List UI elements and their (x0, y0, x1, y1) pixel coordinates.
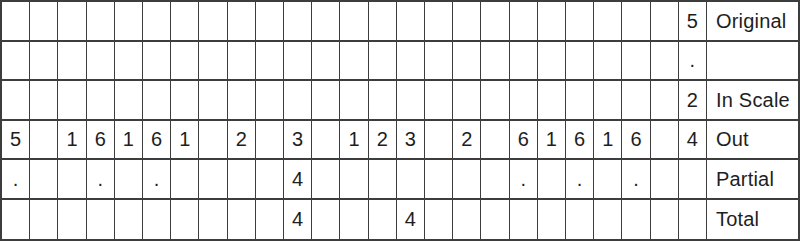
grid-cell (284, 2, 312, 42)
grid-cell: . (143, 160, 171, 200)
grid-cell (2, 2, 30, 42)
grid-cell (115, 42, 143, 82)
grid-cell: 2 (679, 81, 707, 121)
grid-cell (538, 42, 566, 82)
grid-cell (143, 2, 171, 42)
row-label: Total (707, 200, 798, 240)
grid-cell (30, 121, 58, 161)
grid-cell (171, 81, 199, 121)
grid-cell: . (679, 42, 707, 82)
grid-cell (594, 2, 622, 42)
grid-cell (256, 42, 284, 82)
grid-cell: 6 (143, 121, 171, 161)
grid-cell (622, 200, 650, 240)
grid-cell (651, 200, 679, 240)
grid-cell (256, 2, 284, 42)
grid-cell (481, 2, 509, 42)
grid-cell (58, 81, 86, 121)
grid-cell: 5 (2, 121, 30, 161)
grid-cell: 2 (369, 121, 397, 161)
grid-cell (340, 160, 368, 200)
grid-cell (30, 2, 58, 42)
grid-cell (481, 121, 509, 161)
grid-cell (397, 160, 425, 200)
grid-cell: . (87, 160, 115, 200)
grid-cell (481, 160, 509, 200)
grid-cell (369, 81, 397, 121)
row-label (707, 42, 798, 82)
grid-cell (115, 81, 143, 121)
grid-cell (199, 121, 227, 161)
grid-cell (312, 81, 340, 121)
grid-cell (340, 81, 368, 121)
grid-cell: 1 (594, 121, 622, 161)
grid-cell: 6 (622, 121, 650, 161)
grid-cell: . (2, 160, 30, 200)
row-label: Partial (707, 160, 798, 200)
grid-cell (30, 200, 58, 240)
grid-cell (369, 160, 397, 200)
grid-cell (199, 2, 227, 42)
grid-cell (143, 42, 171, 82)
grid-cell (369, 200, 397, 240)
grid-cell (171, 2, 199, 42)
grid-cell (228, 160, 256, 200)
grid-cell: 1 (58, 121, 86, 161)
grid-cell (453, 81, 481, 121)
grid-cell (651, 2, 679, 42)
grid-cell (115, 200, 143, 240)
grid-cell (199, 200, 227, 240)
grid-cell (594, 160, 622, 200)
grid-cell (87, 200, 115, 240)
grid-cell (199, 160, 227, 200)
grid-cell: 3 (284, 121, 312, 161)
grid-cell (453, 160, 481, 200)
grid-cell (425, 160, 453, 200)
grid-cell (171, 200, 199, 240)
grid-cell (2, 81, 30, 121)
worksheet-grid: 5Original.2In Scale516161231232616164Out… (0, 0, 800, 241)
grid-cell: 1 (340, 121, 368, 161)
grid-cell (425, 81, 453, 121)
grid-cell (453, 2, 481, 42)
grid-cell (425, 42, 453, 82)
grid-cell (312, 2, 340, 42)
grid-cell (340, 200, 368, 240)
grid-cell (538, 2, 566, 42)
worksheet: 5Original.2In Scale516161231232616164Out… (0, 0, 800, 241)
grid-cell (651, 42, 679, 82)
grid-cell (58, 2, 86, 42)
grid-cell: 3 (397, 121, 425, 161)
grid-cell (228, 81, 256, 121)
grid-cell (30, 81, 58, 121)
grid-cell (312, 200, 340, 240)
grid-cell (87, 81, 115, 121)
grid-cell (256, 81, 284, 121)
grid-cell: 2 (228, 121, 256, 161)
grid-cell (312, 160, 340, 200)
grid-cell (171, 42, 199, 82)
grid-cell (284, 42, 312, 82)
grid-cell (199, 81, 227, 121)
grid-cell (87, 42, 115, 82)
grid-cell (566, 42, 594, 82)
grid-cell (2, 42, 30, 82)
grid-cell: 1 (115, 121, 143, 161)
grid-cell (510, 81, 538, 121)
grid-cell (594, 81, 622, 121)
grid-cell (397, 81, 425, 121)
grid-cell (256, 160, 284, 200)
grid-cell (369, 2, 397, 42)
grid-cell (369, 42, 397, 82)
grid-cell (566, 200, 594, 240)
grid-cell (115, 2, 143, 42)
grid-cell (312, 121, 340, 161)
grid-cell (679, 200, 707, 240)
grid-cell (510, 42, 538, 82)
grid-cell (340, 2, 368, 42)
grid-cell (30, 160, 58, 200)
grid-cell (58, 160, 86, 200)
grid-cell (2, 200, 30, 240)
row-label: In Scale (707, 81, 798, 121)
grid-cell (453, 42, 481, 82)
grid-cell: . (566, 160, 594, 200)
grid-cell (481, 200, 509, 240)
grid-cell (481, 42, 509, 82)
grid-cell: 6 (566, 121, 594, 161)
grid-cell: 2 (453, 121, 481, 161)
grid-cell (228, 200, 256, 240)
grid-cell: 4 (679, 121, 707, 161)
grid-cell (425, 200, 453, 240)
grid-cell (538, 160, 566, 200)
grid-cell (622, 2, 650, 42)
grid-cell: 4 (284, 200, 312, 240)
row-label: Out (707, 121, 798, 161)
grid-cell: . (510, 160, 538, 200)
grid-cell (453, 200, 481, 240)
grid-cell: 4 (397, 200, 425, 240)
grid-cell (594, 200, 622, 240)
grid-cell (284, 81, 312, 121)
grid-cell (651, 81, 679, 121)
grid-cell (228, 2, 256, 42)
grid-cell (256, 200, 284, 240)
grid-cell: 1 (171, 121, 199, 161)
grid-cell (199, 42, 227, 82)
grid-cell (651, 121, 679, 161)
grid-cell (622, 81, 650, 121)
grid-cell (143, 81, 171, 121)
grid-cell (312, 42, 340, 82)
grid-cell (171, 160, 199, 200)
grid-cell: 1 (538, 121, 566, 161)
grid-cell (566, 2, 594, 42)
grid-cell (115, 160, 143, 200)
grid-cell (538, 200, 566, 240)
grid-cell (397, 2, 425, 42)
grid-cell (397, 42, 425, 82)
grid-cell (679, 160, 707, 200)
grid-cell (425, 2, 453, 42)
grid-cell (256, 121, 284, 161)
grid-cell (651, 160, 679, 200)
grid-cell: . (622, 160, 650, 200)
grid-cell (566, 81, 594, 121)
grid-cell (538, 81, 566, 121)
grid-cell (510, 200, 538, 240)
grid-cell (594, 42, 622, 82)
grid-cell: 6 (87, 121, 115, 161)
grid-cell (143, 200, 171, 240)
grid-cell (340, 42, 368, 82)
grid-cell (622, 42, 650, 82)
grid-cell (87, 2, 115, 42)
grid-cell (510, 2, 538, 42)
grid-cell (58, 200, 86, 240)
grid-cell (425, 121, 453, 161)
grid-cell (58, 42, 86, 82)
grid-cell: 4 (284, 160, 312, 200)
grid-cell (228, 42, 256, 82)
grid-cell (481, 81, 509, 121)
grid-cell: 6 (510, 121, 538, 161)
grid-cell (30, 42, 58, 82)
grid-cell: 5 (679, 2, 707, 42)
row-label: Original (707, 2, 798, 42)
